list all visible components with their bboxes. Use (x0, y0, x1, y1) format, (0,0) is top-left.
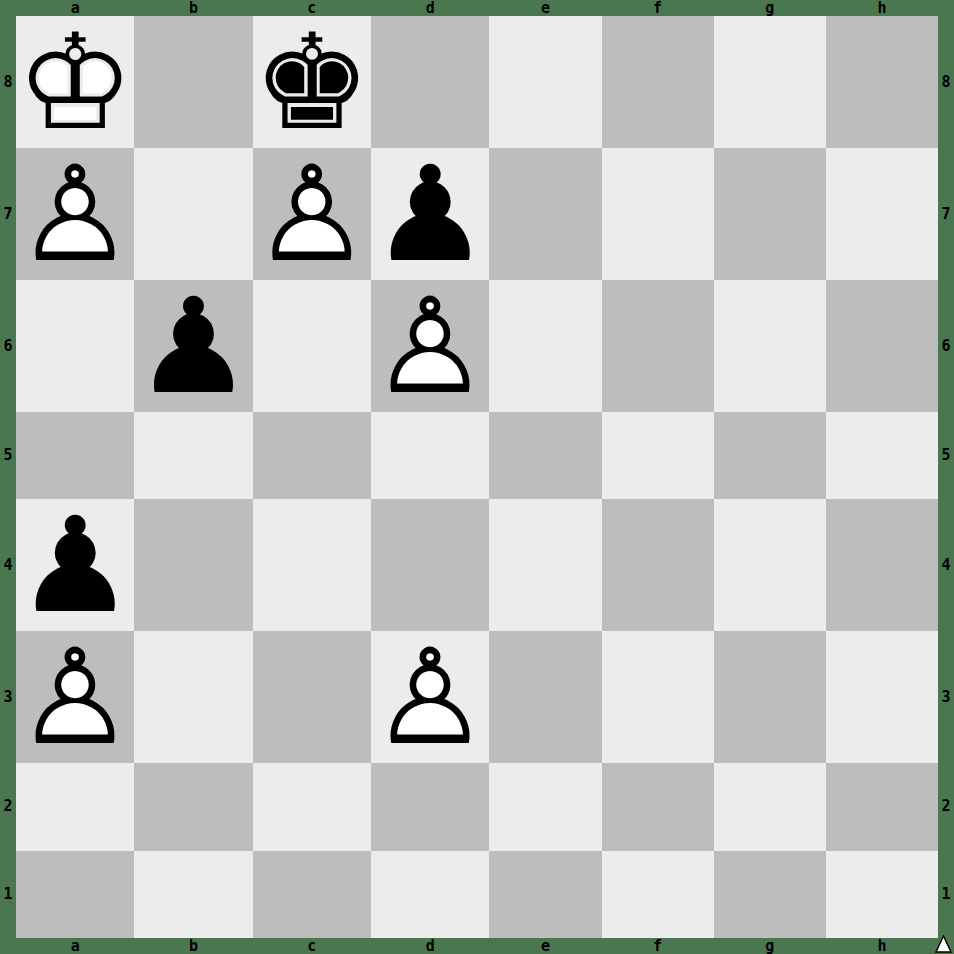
square-h4[interactable] (826, 499, 938, 631)
square-e8[interactable] (489, 16, 601, 148)
black-king[interactable]: ♚︎ (253, 16, 371, 148)
white-pawn-outline-glyph: ♙︎ (16, 631, 134, 763)
white-pawn[interactable]: ♟︎♙︎ (16, 148, 134, 280)
rank-label-3-left: 3 (0, 631, 16, 763)
file-label-h-bottom: h (826, 938, 938, 954)
square-b8[interactable] (134, 16, 252, 148)
rank-label-7-left: 7 (0, 148, 16, 280)
square-g6[interactable] (714, 280, 826, 412)
frame-corner-top-left (0, 0, 16, 16)
black-pawn[interactable]: ♟︎ (134, 280, 252, 412)
square-a3[interactable]: ♟︎♙︎ (16, 631, 134, 763)
square-d8[interactable] (371, 16, 489, 148)
square-a4[interactable]: ♟︎ (16, 499, 134, 631)
rank-label-5-right: 5 (938, 412, 954, 499)
square-a1[interactable] (16, 851, 134, 938)
square-c4[interactable] (253, 499, 371, 631)
square-g2[interactable] (714, 763, 826, 850)
square-f2[interactable] (602, 763, 714, 850)
square-d6[interactable]: ♟︎♙︎ (371, 280, 489, 412)
black-pawn-glyph: ♟︎ (16, 499, 134, 631)
rank-label-2-left: 2 (0, 763, 16, 850)
file-label-f-bottom: f (602, 938, 714, 954)
square-c8[interactable]: ♚︎ (253, 16, 371, 148)
square-e7[interactable] (489, 148, 601, 280)
square-e1[interactable] (489, 851, 601, 938)
square-c7[interactable]: ♟︎♙︎ (253, 148, 371, 280)
square-b5[interactable] (134, 412, 252, 499)
square-e6[interactable] (489, 280, 601, 412)
rank-label-5-left: 5 (0, 412, 16, 499)
white-pawn-outline-glyph: ♙︎ (371, 280, 489, 412)
square-b7[interactable] (134, 148, 252, 280)
white-king-outline-glyph: ♔︎ (16, 16, 134, 148)
rank-label-7-right: 7 (938, 148, 954, 280)
file-label-a-bottom: a (16, 938, 134, 954)
square-e4[interactable] (489, 499, 601, 631)
square-d4[interactable] (371, 499, 489, 631)
square-c1[interactable] (253, 851, 371, 938)
square-d5[interactable] (371, 412, 489, 499)
square-h7[interactable] (826, 148, 938, 280)
square-g4[interactable] (714, 499, 826, 631)
white-pawn[interactable]: ♟︎♙︎ (371, 280, 489, 412)
square-a8[interactable]: ♚︎♔︎ (16, 16, 134, 148)
rank-label-6-right: 6 (938, 280, 954, 412)
file-label-g-bottom: g (714, 938, 826, 954)
rank-label-6-left: 6 (0, 280, 16, 412)
white-to-move-indicator-icon (935, 935, 952, 953)
rank-label-2-right: 2 (938, 763, 954, 850)
file-label-b-top: b (134, 0, 252, 16)
square-b3[interactable] (134, 631, 252, 763)
rank-label-8-left: 8 (0, 16, 16, 148)
rank-label-4-left: 4 (0, 499, 16, 631)
square-a6[interactable] (16, 280, 134, 412)
square-f7[interactable] (602, 148, 714, 280)
square-f4[interactable] (602, 499, 714, 631)
file-label-f-top: f (602, 0, 714, 16)
square-e5[interactable] (489, 412, 601, 499)
square-h3[interactable] (826, 631, 938, 763)
square-b4[interactable] (134, 499, 252, 631)
rank-label-8-right: 8 (938, 16, 954, 148)
square-g7[interactable] (714, 148, 826, 280)
square-c6[interactable] (253, 280, 371, 412)
square-h5[interactable] (826, 412, 938, 499)
square-d1[interactable] (371, 851, 489, 938)
black-pawn[interactable]: ♟︎ (16, 499, 134, 631)
square-c3[interactable] (253, 631, 371, 763)
square-f6[interactable] (602, 280, 714, 412)
square-b1[interactable] (134, 851, 252, 938)
file-label-h-top: h (826, 0, 938, 16)
square-h8[interactable] (826, 16, 938, 148)
square-h1[interactable] (826, 851, 938, 938)
square-e2[interactable] (489, 763, 601, 850)
white-pawn[interactable]: ♟︎♙︎ (253, 148, 371, 280)
file-label-g-top: g (714, 0, 826, 16)
file-label-d-bottom: d (371, 938, 489, 954)
file-label-e-bottom: e (489, 938, 601, 954)
white-pawn-outline-glyph: ♙︎ (16, 148, 134, 280)
square-h6[interactable] (826, 280, 938, 412)
rank-label-4-right: 4 (938, 499, 954, 631)
frame-corner-bottom-left (0, 938, 16, 954)
square-g3[interactable] (714, 631, 826, 763)
square-f3[interactable] (602, 631, 714, 763)
file-label-e-top: e (489, 0, 601, 16)
frame-corner-top-right (938, 0, 954, 16)
square-d7[interactable]: ♟︎ (371, 148, 489, 280)
black-king-glyph: ♚︎ (253, 16, 371, 148)
square-a5[interactable] (16, 412, 134, 499)
square-b2[interactable] (134, 763, 252, 850)
file-label-d-top: d (371, 0, 489, 16)
file-label-b-bottom: b (134, 938, 252, 954)
square-g8[interactable] (714, 16, 826, 148)
square-c5[interactable] (253, 412, 371, 499)
white-pawn[interactable]: ♟︎♙︎ (16, 631, 134, 763)
rank-label-1-right: 1 (938, 851, 954, 938)
white-pawn-outline-glyph: ♙︎ (253, 148, 371, 280)
square-a7[interactable]: ♟︎♙︎ (16, 148, 134, 280)
square-f5[interactable] (602, 412, 714, 499)
square-c2[interactable] (253, 763, 371, 850)
square-g1[interactable] (714, 851, 826, 938)
square-a2[interactable] (16, 763, 134, 850)
square-f1[interactable] (602, 851, 714, 938)
square-e3[interactable] (489, 631, 601, 763)
white-king[interactable]: ♚︎♔︎ (16, 16, 134, 148)
rank-label-1-left: 1 (0, 851, 16, 938)
square-d2[interactable] (371, 763, 489, 850)
square-h2[interactable] (826, 763, 938, 850)
black-pawn-glyph: ♟︎ (134, 280, 252, 412)
file-label-c-bottom: c (253, 938, 371, 954)
white-pawn-outline-glyph: ♙︎ (371, 631, 489, 763)
rank-label-3-right: 3 (938, 631, 954, 763)
square-b6[interactable]: ♟︎ (134, 280, 252, 412)
black-pawn[interactable]: ♟︎ (371, 148, 489, 280)
black-pawn-glyph: ♟︎ (371, 148, 489, 280)
square-d3[interactable]: ♟︎♙︎ (371, 631, 489, 763)
square-f8[interactable] (602, 16, 714, 148)
square-g5[interactable] (714, 412, 826, 499)
chess-board: abcdefgh8♚︎♔︎♚︎87♟︎♙︎♟︎♙︎♟︎76♟︎♟︎♙︎6554♟… (0, 0, 954, 954)
white-pawn[interactable]: ♟︎♙︎ (371, 631, 489, 763)
